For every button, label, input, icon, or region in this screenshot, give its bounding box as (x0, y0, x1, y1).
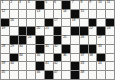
clue-number: 29 (10, 45, 14, 49)
clue-number: 16 (10, 19, 14, 23)
white-cell-r9c2[interactable] (10, 71, 19, 80)
white-cell-r1c13[interactable]: 11 (106, 1, 115, 10)
clue-number: 38 (89, 54, 93, 58)
white-cell-r6c2[interactable]: 29 (10, 45, 19, 54)
clue-number: 26 (80, 36, 84, 40)
white-cell-r7c3[interactable]: 34 (19, 54, 28, 63)
black-cell-r4c3 (19, 27, 28, 36)
clue-number: 20 (37, 27, 41, 31)
clue-number: 18 (72, 19, 76, 23)
white-cell-r9c11[interactable] (89, 71, 98, 80)
clue-number: 6 (54, 1, 56, 5)
white-cell-r8c13[interactable] (106, 62, 115, 71)
white-cell-r8c8[interactable] (62, 62, 71, 71)
clue-number: 31 (45, 45, 49, 49)
white-cell-r2c10[interactable]: 15 (80, 10, 89, 19)
white-cell-r3c3[interactable] (19, 19, 28, 28)
white-cell-r9c1[interactable]: 45 (1, 71, 10, 80)
white-cell-r7c11[interactable]: 38 (89, 54, 98, 63)
white-cell-r4c13[interactable]: 23 (106, 27, 115, 36)
white-cell-r9c12[interactable] (97, 71, 106, 80)
clue-number: 36 (63, 54, 67, 58)
clue-number: 30 (19, 45, 23, 49)
white-cell-r5c11[interactable] (89, 36, 98, 45)
white-cell-r7c9[interactable] (71, 54, 80, 63)
white-cell-r2c8[interactable]: 14 (62, 10, 71, 19)
white-cell-r6c4[interactable] (27, 45, 36, 54)
white-cell-r8c6[interactable]: 41 (45, 62, 54, 71)
white-cell-r4c1[interactable]: 19 (1, 27, 10, 36)
white-cell-r3c12[interactable] (97, 19, 106, 28)
white-cell-r1c4[interactable]: 4 (27, 1, 36, 10)
white-cell-r2c1[interactable]: 12 (1, 10, 10, 19)
white-cell-r1c3[interactable]: 3 (19, 1, 28, 10)
white-cell-r3c9[interactable]: 18 (71, 19, 80, 28)
clue-number: 41 (45, 62, 49, 66)
white-cell-r6c1[interactable]: 28 (1, 45, 10, 54)
white-cell-r4c2[interactable] (10, 27, 19, 36)
white-cell-r3c8[interactable] (62, 19, 71, 28)
white-cell-r9c3[interactable] (19, 71, 28, 80)
clue-number: 24 (28, 36, 32, 40)
white-cell-r7c13[interactable] (106, 54, 115, 63)
white-cell-r8c2[interactable]: 40 (10, 62, 19, 71)
clue-number: 13 (37, 10, 41, 14)
white-cell-r7c4[interactable] (27, 54, 36, 63)
clue-number: 45 (2, 71, 6, 75)
white-cell-r4c5[interactable]: 20 (36, 27, 45, 36)
white-cell-r5c13[interactable] (106, 36, 115, 45)
white-cell-r9c5[interactable]: 46 (36, 71, 45, 80)
white-cell-r9c8[interactable] (62, 71, 71, 80)
clue-number: 40 (10, 62, 14, 66)
white-cell-r9c13[interactable] (106, 71, 115, 80)
white-cell-r6c12[interactable]: 33 (97, 45, 106, 54)
white-cell-r3c7[interactable]: 17 (54, 19, 63, 28)
white-cell-r2c12[interactable] (97, 10, 106, 19)
clue-number: 12 (2, 10, 6, 14)
clue-number: 28 (2, 45, 6, 49)
clue-number: 2 (10, 1, 12, 5)
clue-number: 15 (80, 10, 84, 14)
clue-number: 37 (80, 54, 84, 58)
white-cell-r1c9[interactable]: 7 (71, 1, 80, 10)
clue-number: 47 (54, 71, 58, 75)
clue-number: 35 (37, 54, 41, 58)
clue-number: 48 (80, 71, 84, 75)
white-cell-r2c3[interactable] (19, 10, 28, 19)
white-cell-r2c6[interactable] (45, 10, 54, 19)
white-cell-r5c4[interactable]: 24 (27, 36, 36, 45)
white-cell-r6c13[interactable] (106, 45, 115, 54)
white-cell-r7c5[interactable]: 35 (36, 54, 45, 63)
clue-number: 10 (98, 1, 102, 5)
white-cell-r2c4[interactable] (27, 10, 36, 19)
clue-number: 44 (98, 62, 102, 66)
white-cell-r9c4[interactable] (27, 71, 36, 80)
clue-number: 23 (107, 27, 111, 31)
clue-number: 17 (54, 19, 58, 23)
white-cell-r3c2[interactable]: 16 (10, 19, 19, 28)
white-cell-r4c11[interactable]: 22 (89, 27, 98, 36)
white-cell-r6c9[interactable] (71, 45, 80, 54)
clue-number: 32 (54, 45, 58, 49)
clue-number: 21 (45, 27, 49, 31)
clue-number: 7 (72, 1, 74, 5)
clue-number: 27 (98, 36, 102, 40)
white-cell-r3c10[interactable] (80, 19, 89, 28)
white-cell-r5c10[interactable]: 26 (80, 36, 89, 45)
clue-number: 25 (63, 36, 67, 40)
white-cell-r6c7[interactable]: 32 (54, 45, 63, 54)
clue-number: 22 (89, 27, 93, 31)
clue-number: 39 (2, 62, 6, 66)
white-cell-r5c8[interactable]: 25 (62, 36, 71, 45)
white-cell-r6c6[interactable]: 31 (45, 45, 54, 54)
white-cell-r1c2[interactable]: 2 (10, 1, 19, 10)
clue-number: 14 (63, 10, 67, 14)
clue-number: 42 (54, 62, 58, 66)
white-cell-r1c6[interactable]: 5 (45, 1, 54, 10)
black-cell-r8c9 (71, 62, 80, 71)
black-cell-r4c9 (71, 27, 80, 36)
clue-number: 4 (28, 1, 30, 5)
white-cell-r9c10[interactable]: 48 (80, 71, 89, 80)
white-cell-r2c13[interactable] (106, 10, 115, 19)
white-cell-r8c11[interactable] (89, 62, 98, 71)
white-cell-r2c11[interactable] (89, 10, 98, 19)
white-cell-r7c8[interactable]: 36 (62, 54, 71, 63)
white-cell-r8c12[interactable]: 44 (97, 62, 106, 71)
black-cell-r9c9 (71, 71, 80, 80)
white-cell-r2c5[interactable]: 13 (36, 10, 45, 19)
clue-number: 9 (89, 1, 91, 5)
black-cell-r4c7 (54, 27, 63, 36)
crossword-board: 1234567891011121314151617181920212223242… (0, 0, 115, 80)
clue-number: 33 (98, 45, 102, 49)
white-cell-r5c9[interactable] (71, 36, 80, 45)
clue-number: 46 (37, 71, 41, 75)
clue-number: 11 (107, 1, 110, 5)
clue-number: 19 (2, 27, 6, 31)
white-cell-r4c6[interactable]: 21 (45, 27, 54, 36)
white-cell-r1c7[interactable]: 6 (54, 1, 63, 10)
clue-number: 1 (2, 1, 4, 5)
white-cell-r3c4[interactable] (27, 19, 36, 28)
clue-number: 43 (80, 62, 84, 66)
white-cell-r8c4[interactable] (27, 62, 36, 71)
clue-number: 8 (80, 1, 82, 5)
white-cell-r1c12[interactable]: 10 (97, 1, 106, 10)
clue-number: 34 (19, 54, 23, 58)
white-cell-r8c3[interactable] (19, 62, 28, 71)
clue-number: 3 (19, 1, 21, 5)
black-cell-r9c6 (45, 71, 54, 80)
black-cell-r5c5 (36, 36, 45, 45)
clue-number: 5 (45, 1, 47, 5)
white-cell-r1c11[interactable]: 9 (89, 1, 98, 10)
white-cell-r9c7[interactable]: 47 (54, 71, 63, 80)
